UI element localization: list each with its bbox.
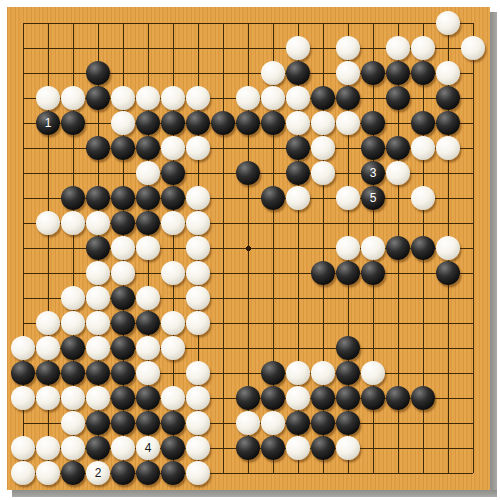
intersection[interactable] (36, 311, 61, 336)
intersection[interactable] (436, 136, 461, 161)
intersection[interactable] (461, 361, 486, 386)
intersection[interactable] (211, 436, 236, 461)
intersection[interactable] (111, 311, 136, 336)
intersection[interactable] (461, 136, 486, 161)
intersection[interactable]: 1 (36, 111, 61, 136)
intersection[interactable] (386, 211, 411, 236)
intersection[interactable] (261, 411, 286, 436)
intersection[interactable] (436, 311, 461, 336)
intersection[interactable] (61, 336, 86, 361)
intersection[interactable] (411, 336, 436, 361)
intersection[interactable] (261, 111, 286, 136)
intersection[interactable] (111, 186, 136, 211)
intersection[interactable] (311, 436, 336, 461)
intersection[interactable] (211, 36, 236, 61)
intersection[interactable] (111, 411, 136, 436)
intersection[interactable] (211, 261, 236, 286)
intersection[interactable] (336, 86, 361, 111)
intersection[interactable] (11, 261, 36, 286)
intersection[interactable] (436, 361, 461, 386)
intersection[interactable] (36, 86, 61, 111)
intersection[interactable] (411, 286, 436, 311)
intersection[interactable] (436, 236, 461, 261)
intersection[interactable] (286, 261, 311, 286)
intersection[interactable] (211, 161, 236, 186)
intersection[interactable] (236, 436, 261, 461)
intersection[interactable] (36, 286, 61, 311)
intersection[interactable] (36, 136, 61, 161)
intersection[interactable] (261, 336, 286, 361)
intersection[interactable] (86, 61, 111, 86)
intersection[interactable] (286, 136, 311, 161)
intersection[interactable] (286, 336, 311, 361)
intersection[interactable] (211, 11, 236, 36)
intersection[interactable] (261, 436, 286, 461)
intersection[interactable] (161, 261, 186, 286)
intersection[interactable] (61, 186, 86, 211)
intersection[interactable] (136, 186, 161, 211)
intersection[interactable] (136, 411, 161, 436)
intersection[interactable] (11, 386, 36, 411)
intersection[interactable] (11, 136, 36, 161)
intersection[interactable] (161, 111, 186, 136)
intersection[interactable] (461, 111, 486, 136)
intersection[interactable] (11, 411, 36, 436)
intersection[interactable] (11, 36, 36, 61)
intersection[interactable] (161, 236, 186, 261)
intersection[interactable] (361, 286, 386, 311)
intersection[interactable] (461, 161, 486, 186)
intersection[interactable] (161, 11, 186, 36)
intersection[interactable] (136, 86, 161, 111)
intersection[interactable] (386, 136, 411, 161)
intersection[interactable] (236, 36, 261, 61)
intersection[interactable] (36, 11, 61, 36)
intersection[interactable] (436, 186, 461, 211)
intersection[interactable] (386, 361, 411, 386)
intersection[interactable] (111, 261, 136, 286)
intersection[interactable] (236, 311, 261, 336)
intersection[interactable] (386, 286, 411, 311)
intersection[interactable] (461, 286, 486, 311)
intersection[interactable] (211, 236, 236, 261)
intersection[interactable] (336, 261, 361, 286)
intersection[interactable] (461, 211, 486, 236)
intersection[interactable] (236, 186, 261, 211)
intersection[interactable] (161, 411, 186, 436)
intersection[interactable] (336, 136, 361, 161)
intersection[interactable] (286, 461, 311, 486)
intersection[interactable] (11, 211, 36, 236)
intersection[interactable] (61, 311, 86, 336)
intersection[interactable] (436, 161, 461, 186)
intersection[interactable] (186, 186, 211, 211)
intersection[interactable] (36, 386, 61, 411)
intersection[interactable] (186, 361, 211, 386)
intersection[interactable] (136, 286, 161, 311)
intersection[interactable] (461, 311, 486, 336)
intersection[interactable] (61, 111, 86, 136)
intersection[interactable] (61, 136, 86, 161)
intersection[interactable] (111, 136, 136, 161)
intersection[interactable] (111, 236, 136, 261)
intersection[interactable] (311, 161, 336, 186)
intersection[interactable] (36, 61, 61, 86)
intersection[interactable] (236, 361, 261, 386)
intersection[interactable] (436, 261, 461, 286)
intersection[interactable] (36, 186, 61, 211)
intersection[interactable] (386, 111, 411, 136)
intersection[interactable] (186, 86, 211, 111)
intersection[interactable] (386, 86, 411, 111)
intersection[interactable] (61, 461, 86, 486)
intersection[interactable] (311, 211, 336, 236)
intersection[interactable] (336, 36, 361, 61)
intersection[interactable] (61, 86, 86, 111)
intersection[interactable] (111, 161, 136, 186)
intersection[interactable] (11, 161, 36, 186)
intersection[interactable] (86, 161, 111, 186)
intersection[interactable] (186, 136, 211, 161)
intersection[interactable] (236, 11, 261, 36)
intersection[interactable]: 5 (361, 186, 386, 211)
intersection[interactable] (336, 386, 361, 411)
intersection[interactable] (386, 186, 411, 211)
intersection[interactable] (411, 36, 436, 61)
intersection[interactable] (86, 236, 111, 261)
intersection[interactable] (286, 36, 311, 61)
intersection[interactable] (311, 186, 336, 211)
intersection[interactable] (86, 186, 111, 211)
intersection[interactable] (186, 311, 211, 336)
intersection[interactable] (236, 236, 261, 261)
intersection[interactable] (11, 236, 36, 261)
intersection[interactable] (386, 236, 411, 261)
intersection[interactable] (361, 461, 386, 486)
intersection[interactable] (211, 61, 236, 86)
intersection[interactable] (236, 286, 261, 311)
intersection[interactable] (236, 111, 261, 136)
intersection[interactable] (11, 186, 36, 211)
intersection[interactable] (36, 211, 61, 236)
intersection[interactable] (436, 411, 461, 436)
intersection[interactable] (311, 286, 336, 311)
intersection[interactable] (61, 236, 86, 261)
intersection[interactable] (461, 336, 486, 361)
intersection[interactable] (236, 136, 261, 161)
intersection[interactable] (86, 361, 111, 386)
intersection[interactable] (161, 336, 186, 361)
intersection[interactable] (211, 86, 236, 111)
intersection[interactable] (461, 461, 486, 486)
intersection[interactable] (111, 386, 136, 411)
intersection[interactable] (186, 286, 211, 311)
intersection[interactable] (311, 86, 336, 111)
intersection[interactable] (411, 436, 436, 461)
intersection[interactable] (136, 161, 161, 186)
intersection[interactable] (386, 161, 411, 186)
intersection[interactable] (261, 11, 286, 36)
intersection[interactable] (286, 11, 311, 36)
intersection[interactable] (411, 86, 436, 111)
intersection[interactable] (186, 111, 211, 136)
intersection[interactable] (436, 436, 461, 461)
intersection[interactable] (136, 36, 161, 61)
intersection[interactable] (61, 261, 86, 286)
intersection[interactable] (286, 286, 311, 311)
intersection[interactable] (136, 236, 161, 261)
intersection[interactable] (36, 36, 61, 61)
intersection[interactable] (411, 361, 436, 386)
intersection[interactable] (361, 86, 386, 111)
intersection[interactable] (61, 61, 86, 86)
intersection[interactable] (336, 186, 361, 211)
intersection[interactable] (286, 311, 311, 336)
intersection[interactable] (86, 111, 111, 136)
intersection[interactable]: 3 (361, 161, 386, 186)
intersection[interactable] (86, 386, 111, 411)
intersection[interactable] (161, 61, 186, 86)
intersection[interactable] (261, 461, 286, 486)
intersection[interactable] (86, 436, 111, 461)
intersection[interactable] (311, 36, 336, 61)
intersection[interactable] (411, 411, 436, 436)
intersection[interactable] (436, 461, 461, 486)
intersection[interactable] (61, 286, 86, 311)
intersection[interactable] (186, 161, 211, 186)
intersection[interactable] (61, 361, 86, 386)
intersection[interactable] (161, 211, 186, 236)
intersection[interactable] (336, 111, 361, 136)
intersection[interactable] (186, 236, 211, 261)
intersection[interactable] (336, 211, 361, 236)
intersection[interactable] (36, 336, 61, 361)
intersection[interactable] (411, 236, 436, 261)
intersection[interactable] (461, 36, 486, 61)
intersection[interactable] (286, 411, 311, 436)
intersection[interactable] (461, 11, 486, 36)
intersection[interactable] (111, 36, 136, 61)
intersection[interactable] (111, 211, 136, 236)
intersection[interactable] (336, 361, 361, 386)
intersection[interactable] (161, 461, 186, 486)
intersection[interactable] (286, 386, 311, 411)
intersection[interactable] (61, 436, 86, 461)
intersection[interactable] (436, 86, 461, 111)
intersection[interactable] (411, 11, 436, 36)
intersection[interactable] (11, 11, 36, 36)
intersection[interactable] (36, 411, 61, 436)
intersection[interactable] (236, 61, 261, 86)
intersection[interactable] (361, 111, 386, 136)
intersection[interactable] (261, 261, 286, 286)
intersection[interactable] (136, 61, 161, 86)
intersection[interactable] (86, 411, 111, 436)
intersection[interactable] (211, 211, 236, 236)
intersection[interactable] (361, 211, 386, 236)
intersection[interactable] (111, 461, 136, 486)
intersection[interactable] (111, 286, 136, 311)
intersection[interactable] (161, 86, 186, 111)
intersection[interactable] (286, 111, 311, 136)
intersection[interactable] (186, 436, 211, 461)
intersection[interactable] (186, 461, 211, 486)
intersection[interactable] (211, 411, 236, 436)
intersection[interactable] (61, 411, 86, 436)
intersection[interactable] (311, 261, 336, 286)
intersection[interactable] (336, 436, 361, 461)
intersection[interactable] (211, 336, 236, 361)
intersection[interactable] (286, 186, 311, 211)
intersection[interactable] (386, 36, 411, 61)
intersection[interactable] (411, 136, 436, 161)
intersection[interactable] (461, 186, 486, 211)
intersection[interactable] (436, 336, 461, 361)
intersection[interactable] (261, 386, 286, 411)
intersection[interactable] (386, 61, 411, 86)
intersection[interactable] (386, 311, 411, 336)
intersection[interactable] (436, 286, 461, 311)
intersection[interactable] (136, 136, 161, 161)
intersection[interactable] (336, 61, 361, 86)
intersection[interactable] (286, 236, 311, 261)
intersection[interactable] (311, 111, 336, 136)
intersection[interactable] (161, 361, 186, 386)
intersection[interactable] (361, 411, 386, 436)
intersection[interactable] (311, 236, 336, 261)
intersection[interactable] (136, 211, 161, 236)
intersection[interactable] (236, 386, 261, 411)
intersection[interactable] (86, 211, 111, 236)
intersection[interactable] (136, 311, 161, 336)
intersection[interactable] (11, 111, 36, 136)
intersection[interactable] (161, 286, 186, 311)
intersection[interactable] (261, 286, 286, 311)
intersection[interactable] (261, 36, 286, 61)
intersection[interactable] (361, 11, 386, 36)
intersection[interactable] (311, 411, 336, 436)
intersection[interactable] (11, 286, 36, 311)
intersection[interactable] (111, 86, 136, 111)
intersection[interactable] (311, 336, 336, 361)
intersection[interactable] (336, 311, 361, 336)
intersection[interactable] (136, 11, 161, 36)
intersection[interactable] (186, 261, 211, 286)
intersection[interactable] (186, 36, 211, 61)
intersection[interactable] (436, 211, 461, 236)
intersection[interactable] (236, 161, 261, 186)
intersection[interactable] (111, 436, 136, 461)
intersection[interactable] (361, 436, 386, 461)
intersection[interactable] (86, 286, 111, 311)
intersection[interactable] (111, 11, 136, 36)
intersection[interactable] (86, 11, 111, 36)
intersection[interactable] (136, 336, 161, 361)
intersection[interactable] (86, 136, 111, 161)
intersection[interactable] (411, 111, 436, 136)
intersection[interactable] (136, 386, 161, 411)
intersection[interactable] (261, 361, 286, 386)
intersection[interactable] (336, 236, 361, 261)
intersection[interactable] (36, 161, 61, 186)
intersection[interactable] (211, 136, 236, 161)
intersection[interactable] (136, 461, 161, 486)
intersection[interactable] (161, 161, 186, 186)
intersection[interactable] (61, 211, 86, 236)
intersection[interactable] (61, 386, 86, 411)
intersection[interactable] (211, 286, 236, 311)
intersection[interactable] (411, 61, 436, 86)
intersection[interactable] (211, 461, 236, 486)
intersection[interactable] (411, 311, 436, 336)
intersection[interactable] (11, 361, 36, 386)
intersection[interactable] (461, 411, 486, 436)
intersection[interactable] (286, 161, 311, 186)
intersection[interactable] (11, 61, 36, 86)
intersection[interactable] (236, 86, 261, 111)
intersection[interactable] (36, 436, 61, 461)
intersection[interactable] (261, 211, 286, 236)
intersection[interactable] (236, 211, 261, 236)
intersection[interactable] (211, 386, 236, 411)
intersection[interactable] (311, 61, 336, 86)
intersection[interactable] (261, 61, 286, 86)
intersection[interactable] (411, 211, 436, 236)
intersection[interactable] (86, 36, 111, 61)
intersection[interactable] (211, 186, 236, 211)
intersection[interactable] (86, 261, 111, 286)
intersection[interactable] (261, 236, 286, 261)
intersection[interactable] (186, 411, 211, 436)
intersection[interactable] (311, 136, 336, 161)
intersection[interactable] (236, 261, 261, 286)
intersection[interactable] (361, 261, 386, 286)
intersection[interactable] (386, 336, 411, 361)
intersection[interactable] (261, 161, 286, 186)
intersection[interactable] (286, 211, 311, 236)
intersection[interactable] (386, 461, 411, 486)
intersection[interactable] (436, 111, 461, 136)
intersection[interactable] (411, 461, 436, 486)
intersection[interactable] (186, 211, 211, 236)
intersection[interactable] (61, 11, 86, 36)
intersection[interactable] (261, 186, 286, 211)
intersection[interactable] (61, 161, 86, 186)
intersection[interactable] (186, 386, 211, 411)
intersection[interactable]: 4 (136, 436, 161, 461)
intersection[interactable] (361, 386, 386, 411)
intersection[interactable] (436, 386, 461, 411)
intersection[interactable] (286, 61, 311, 86)
intersection[interactable] (161, 386, 186, 411)
intersection[interactable] (311, 11, 336, 36)
intersection[interactable] (286, 86, 311, 111)
intersection[interactable] (111, 61, 136, 86)
intersection[interactable] (136, 361, 161, 386)
intersection[interactable] (86, 311, 111, 336)
intersection[interactable] (61, 36, 86, 61)
intersection[interactable] (86, 336, 111, 361)
intersection[interactable] (11, 311, 36, 336)
intersection[interactable] (336, 11, 361, 36)
intersection[interactable] (361, 36, 386, 61)
intersection[interactable] (461, 386, 486, 411)
intersection[interactable] (336, 161, 361, 186)
intersection[interactable] (261, 311, 286, 336)
intersection[interactable] (161, 436, 186, 461)
intersection[interactable] (336, 461, 361, 486)
intersection[interactable] (36, 261, 61, 286)
